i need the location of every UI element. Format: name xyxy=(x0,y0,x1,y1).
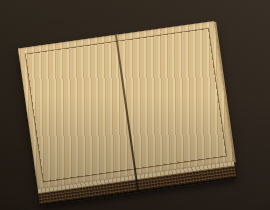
board-border xyxy=(18,21,234,189)
photo-stage xyxy=(0,0,270,210)
chess-board xyxy=(18,21,236,205)
piece-layer xyxy=(18,21,234,189)
